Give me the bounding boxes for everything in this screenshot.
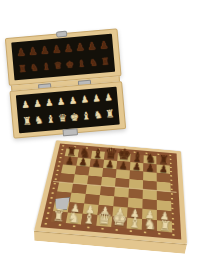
stored-black-pawn: ♟	[63, 43, 73, 54]
stored-black-pawn: ♟	[28, 46, 38, 57]
stored-black-pawn: ♟	[99, 40, 109, 51]
square-d4	[100, 186, 115, 197]
stored-black-rook: ♜	[18, 64, 27, 74]
square-f6	[129, 170, 143, 180]
square-e6	[116, 169, 130, 179]
stored-black-pawn: ♟	[75, 42, 85, 53]
stored-black-king: ♚	[65, 60, 74, 70]
square-c1: ♝	[81, 214, 97, 226]
stored-black-pawn: ♟	[16, 47, 26, 58]
square-a5	[59, 173, 75, 183]
square-e7: ♟	[117, 161, 131, 171]
board-tilt: ♜♞♝♛♚♝♞♜♟♟♟♟♟♟♟♟♟♟♟♟♟♟♟♟♜♞♝♛♚♝♞♜	[34, 140, 187, 244]
square-c5	[87, 176, 102, 186]
stored-black-pawn: ♟	[87, 41, 97, 52]
stored-white-rook: ♜	[22, 116, 32, 127]
square-b5	[73, 174, 88, 184]
stored-black-bishop: ♝	[42, 62, 51, 72]
square-f1: ♝	[127, 218, 142, 230]
stored-black-pawn: ♟	[52, 44, 62, 55]
board-decorated-frame: ♜♞♝♛♚♝♞♜♟♟♟♟♟♟♟♟♟♟♟♟♟♟♟♟♜♞♝♛♚♝♞♜	[40, 143, 181, 239]
square-d3	[99, 195, 114, 206]
stored-black-rook: ♜	[101, 57, 110, 67]
square-h3	[157, 200, 172, 211]
stored-black-queen: ♛	[54, 61, 63, 71]
square-e1: ♚	[111, 216, 127, 228]
lid-felt-interior: ♟♟♟♟♟♟♟♟ ♜♞♝♛♚♝♞♜	[11, 34, 115, 81]
square-b1: ♞	[66, 213, 83, 225]
product-photo-canvas: ♟♟♟♟♟♟♟♟ ♜♞♝♛♚♝♞♜ ♟♟♟♟♟♟♟♟ ♜♞♝♛♚♝♞♜ ♜♞♝♛…	[0, 0, 200, 280]
square-g6	[143, 172, 157, 182]
square-g4	[143, 189, 157, 200]
white-rook: ♜	[52, 210, 65, 224]
lid-piece-row-back: ♟♟♟♟♟♟♟♟	[13, 40, 112, 59]
square-b4	[71, 183, 87, 194]
folded-chess-board-scene: ♜♞♝♛♚♝♞♜♟♟♟♟♟♟♟♟♟♟♟♟♟♟♟♟♜♞♝♛♚♝♞♜	[30, 93, 200, 256]
square-b6	[75, 166, 90, 176]
chess-board-grid: ♜♞♝♛♚♝♞♜♟♟♟♟♟♟♟♟♟♟♟♟♟♟♟♟♜♞♝♛♚♝♞♜	[51, 148, 173, 232]
latch-knob-icon	[55, 31, 66, 38]
stored-white-pawn: ♟	[21, 100, 30, 110]
square-d2: ♟	[98, 205, 114, 217]
stored-black-pawn: ♟	[40, 45, 50, 56]
square-d1: ♛	[96, 215, 112, 227]
board-wood-rim: ♜♞♝♛♚♝♞♜♟♟♟♟♟♟♟♟♟♟♟♟♟♟♟♟♜♞♝♛♚♝♞♜	[34, 140, 187, 244]
stored-black-bishop: ♝	[77, 59, 86, 69]
stored-black-knight: ♞	[30, 63, 39, 73]
lid-piece-row-front: ♜♞♝♛♚♝♞♜	[14, 57, 113, 75]
square-c4	[86, 185, 101, 196]
white-rook: ♜	[159, 219, 172, 233]
square-d5	[101, 177, 116, 187]
square-h1: ♜	[157, 220, 172, 232]
square-g1: ♞	[142, 219, 157, 231]
stored-black-knight: ♞	[89, 58, 98, 68]
square-e5	[115, 178, 129, 188]
square-e2: ♟	[112, 206, 127, 218]
square-b2: ♟	[68, 202, 84, 213]
square-f3	[128, 198, 143, 209]
